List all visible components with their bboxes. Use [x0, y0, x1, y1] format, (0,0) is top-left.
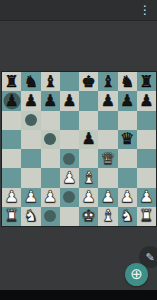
- square-a2[interactable]: ♟: [2, 188, 21, 207]
- top-app-bar: ⋮: [0, 0, 157, 21]
- piece-wp-c2: ♟: [43, 189, 57, 205]
- square-g3[interactable]: [118, 168, 137, 187]
- square-g6[interactable]: [118, 111, 137, 130]
- square-e5[interactable]: ♟: [79, 130, 98, 149]
- piece-wp-f2: ♟: [101, 189, 115, 205]
- square-c3[interactable]: [41, 168, 60, 187]
- square-c2[interactable]: ♟: [41, 188, 60, 207]
- square-f8[interactable]: ♝: [98, 72, 117, 91]
- square-f4[interactable]: ♛: [98, 149, 117, 168]
- square-h8[interactable]: ♜: [137, 72, 156, 91]
- overflow-menu-icon[interactable]: ⋮: [137, 2, 153, 18]
- square-c5[interactable]: [41, 130, 60, 149]
- square-d2[interactable]: [60, 188, 79, 207]
- square-a5[interactable]: [2, 130, 21, 149]
- square-a6[interactable]: [2, 111, 21, 130]
- piece-bp-d7: ♟: [62, 93, 76, 109]
- square-b7[interactable]: ♟: [21, 91, 40, 110]
- square-d5[interactable]: [60, 130, 79, 149]
- square-a3[interactable]: [2, 168, 21, 187]
- square-a4[interactable]: [2, 149, 21, 168]
- square-a8[interactable]: ♜: [2, 72, 21, 91]
- square-f7[interactable]: ♟: [98, 91, 117, 110]
- piece-bp-a7: ♟: [4, 93, 18, 109]
- piece-wn-g1: ♞: [120, 208, 134, 224]
- piece-bp-f7: ♟: [101, 93, 115, 109]
- legal-move-dot: [63, 191, 75, 203]
- square-f6[interactable]: [98, 111, 117, 130]
- legal-move-dot: [44, 210, 56, 222]
- square-e7[interactable]: [79, 91, 98, 110]
- piece-bn-g8: ♞: [120, 74, 134, 90]
- square-g8[interactable]: ♞: [118, 72, 137, 91]
- square-b5[interactable]: [21, 130, 40, 149]
- piece-wk-e1: ♚: [81, 208, 95, 224]
- square-d4[interactable]: [60, 149, 79, 168]
- piece-bp-h7: ♟: [139, 93, 153, 109]
- square-a1[interactable]: ♜: [2, 207, 21, 226]
- square-d6[interactable]: [60, 111, 79, 130]
- square-h3[interactable]: [137, 168, 156, 187]
- square-d3[interactable]: ♟: [60, 168, 79, 187]
- piece-wp-e2: ♟: [81, 189, 95, 205]
- square-g1[interactable]: ♞: [118, 207, 137, 226]
- square-c4[interactable]: [41, 149, 60, 168]
- square-c8[interactable]: ♝: [41, 72, 60, 91]
- piece-bb-c8: ♝: [43, 74, 57, 90]
- square-g5[interactable]: ♛: [118, 130, 137, 149]
- legal-move-dot: [63, 153, 75, 165]
- piece-bn-b8: ♞: [24, 74, 38, 90]
- bottom-nav-bar: [0, 290, 157, 300]
- piece-bq-g5: ♛: [120, 131, 134, 147]
- piece-wp-a2: ♟: [4, 189, 18, 205]
- square-h2[interactable]: ♟: [137, 188, 156, 207]
- square-d8[interactable]: [60, 72, 79, 91]
- square-c7[interactable]: ♟: [41, 91, 60, 110]
- square-f1[interactable]: ♝: [98, 207, 117, 226]
- square-b1[interactable]: ♞: [21, 207, 40, 226]
- square-e1[interactable]: ♚: [79, 207, 98, 226]
- piece-bp-g7: ♟: [120, 93, 134, 109]
- square-d7[interactable]: ♟: [60, 91, 79, 110]
- fab-button[interactable]: ⊕: [125, 263, 148, 286]
- square-e4[interactable]: [79, 149, 98, 168]
- square-e6[interactable]: [79, 111, 98, 130]
- square-h7[interactable]: ♟: [137, 91, 156, 110]
- piece-wq-f4: ♛: [101, 151, 115, 167]
- piece-bp-e5: ♟: [81, 131, 95, 147]
- square-b6[interactable]: [21, 111, 40, 130]
- square-e8[interactable]: ♚: [79, 72, 98, 91]
- square-a7[interactable]: ♟: [2, 91, 21, 110]
- piece-wb-e3: ♝: [81, 170, 95, 186]
- chess-board: ♜♞♝♚♝♞♜♟♟♟♟♟♟♟♟♛♛♟♝♟♟♟♟♟♟♟♜♞♚♝♞♜: [2, 72, 156, 226]
- piece-br-a8: ♜: [4, 74, 18, 90]
- piece-bk-e8: ♚: [81, 74, 95, 90]
- piece-wn-b1: ♞: [24, 208, 38, 224]
- piece-wp-g2: ♟: [120, 189, 134, 205]
- piece-wp-d3: ♟: [62, 170, 76, 186]
- square-c1[interactable]: [41, 207, 60, 226]
- piece-wr-h1: ♜: [139, 208, 153, 224]
- piece-wr-a1: ♜: [4, 208, 18, 224]
- legal-move-dot: [44, 133, 56, 145]
- piece-wb-f1: ♝: [101, 208, 115, 224]
- square-d1[interactable]: [60, 207, 79, 226]
- square-h1[interactable]: ♜: [137, 207, 156, 226]
- square-e3[interactable]: ♝: [79, 168, 98, 187]
- square-g4[interactable]: [118, 149, 137, 168]
- square-b2[interactable]: ♟: [21, 188, 40, 207]
- square-h5[interactable]: [137, 130, 156, 149]
- piece-bb-f8: ♝: [101, 74, 115, 90]
- piece-br-h8: ♜: [139, 74, 153, 90]
- square-b8[interactable]: ♞: [21, 72, 40, 91]
- square-h4[interactable]: [137, 149, 156, 168]
- plus-circle-icon: ⊕: [130, 267, 143, 282]
- pencil-icon: ✎: [145, 251, 154, 264]
- legal-move-dot: [25, 114, 37, 126]
- square-e2[interactable]: ♟: [79, 188, 98, 207]
- piece-bp-c7: ♟: [43, 93, 57, 109]
- square-b4[interactable]: [21, 149, 40, 168]
- square-f3[interactable]: [98, 168, 117, 187]
- piece-wp-b2: ♟: [24, 189, 38, 205]
- square-g2[interactable]: ♟: [118, 188, 137, 207]
- piece-bp-b7: ♟: [24, 93, 38, 109]
- square-b3[interactable]: [21, 168, 40, 187]
- square-g7[interactable]: ♟: [118, 91, 137, 110]
- square-f5[interactable]: [98, 130, 117, 149]
- square-f2[interactable]: ♟: [98, 188, 117, 207]
- square-h6[interactable]: [137, 111, 156, 130]
- piece-wp-h2: ♟: [139, 189, 153, 205]
- square-c6[interactable]: [41, 111, 60, 130]
